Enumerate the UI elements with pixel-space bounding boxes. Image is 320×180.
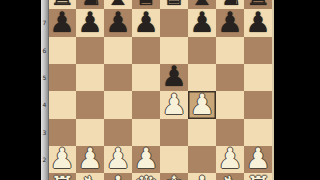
square-c3[interactable] [104,119,132,146]
square-h7[interactable]: ♟ [244,9,272,36]
board-right-edge [272,0,274,180]
square-b4[interactable] [76,91,104,118]
square-h8[interactable]: ♜ [244,0,272,9]
square-g7[interactable]: ♟ [216,9,244,36]
square-e7[interactable] [160,9,188,36]
rank-label-4: 4 [41,101,48,108]
square-f7[interactable]: ♟ [188,9,216,36]
piece-white-pawn: ♟ [105,145,130,172]
square-c5[interactable] [104,64,132,91]
piece-black-queen: ♛ [133,0,158,9]
piece-black-pawn: ♟ [77,9,102,36]
square-c7[interactable]: ♟ [104,9,132,36]
rank-label-7: 7 [41,19,48,26]
square-a3[interactable] [48,119,76,146]
piece-white-bishop: ♝ [189,173,214,180]
square-f3[interactable] [188,119,216,146]
square-d7[interactable]: ♟ [132,9,160,36]
piece-white-pawn: ♟ [189,91,214,118]
piece-black-pawn: ♟ [245,9,270,36]
square-a2[interactable]: ♟ [48,146,76,173]
square-e8[interactable]: ♚ [160,0,188,9]
square-a6[interactable] [48,37,76,64]
piece-white-rook: ♜ [245,173,270,180]
piece-white-bishop: ♝ [105,173,130,180]
piece-white-pawn: ♟ [217,145,242,172]
piece-black-pawn: ♟ [49,9,74,36]
square-a4[interactable] [48,91,76,118]
piece-white-pawn: ♟ [77,145,102,172]
piece-white-pawn: ♟ [245,145,270,172]
square-c6[interactable] [104,37,132,64]
square-g4[interactable] [216,91,244,118]
square-d2[interactable]: ♟ [132,146,160,173]
piece-black-bishop: ♝ [105,0,130,9]
square-b5[interactable] [76,64,104,91]
piece-black-knight: ♞ [77,0,102,9]
square-g2[interactable]: ♟ [216,146,244,173]
piece-black-rook: ♜ [49,0,74,9]
square-f6[interactable] [188,37,216,64]
square-c1[interactable]: ♝ [104,173,132,180]
square-c8[interactable]: ♝ [104,0,132,9]
square-g6[interactable] [216,37,244,64]
piece-black-rook: ♜ [245,0,270,9]
piece-black-bishop: ♝ [189,0,214,9]
piece-black-pawn: ♟ [217,9,242,36]
square-a5[interactable] [48,64,76,91]
piece-black-king: ♚ [161,0,186,9]
square-b8[interactable]: ♞ [76,0,104,9]
rank-label-3: 3 [41,129,48,136]
square-h4[interactable] [244,91,272,118]
square-e1[interactable]: ♚ [160,173,188,180]
square-h6[interactable] [244,37,272,64]
square-g8[interactable]: ♞ [216,0,244,9]
square-f4[interactable]: ♟ [188,91,216,118]
rank-label-5: 5 [41,74,48,81]
square-f8[interactable]: ♝ [188,0,216,9]
video-frame: 87654321 ♜♞♝♛♚♝♞♜♟♟♟♟♟♟♟♟♟♟♟♟♟♟♟♟♜♞♝♛♚♝♞… [0,0,320,180]
piece-white-queen: ♛ [133,173,158,180]
square-b6[interactable] [76,37,104,64]
square-d6[interactable] [132,37,160,64]
square-a1[interactable]: ♜ [48,173,76,180]
square-d3[interactable] [132,119,160,146]
chess-board: ♜♞♝♛♚♝♞♜♟♟♟♟♟♟♟♟♟♟♟♟♟♟♟♟♜♞♝♛♚♝♞♜ [48,0,272,180]
piece-white-pawn: ♟ [133,145,158,172]
square-b7[interactable]: ♟ [76,9,104,36]
piece-white-pawn: ♟ [161,91,186,118]
square-e2[interactable] [160,146,188,173]
square-h2[interactable]: ♟ [244,146,272,173]
piece-white-knight: ♞ [217,173,242,180]
square-d4[interactable] [132,91,160,118]
square-e6[interactable] [160,37,188,64]
piece-white-pawn: ♟ [49,145,74,172]
square-g1[interactable]: ♞ [216,173,244,180]
rank-coordinates-gutter: 87654321 [41,0,49,180]
piece-black-pawn: ♟ [189,9,214,36]
piece-white-rook: ♜ [49,173,74,180]
piece-white-knight: ♞ [77,173,102,180]
square-b1[interactable]: ♞ [76,173,104,180]
square-f2[interactable] [188,146,216,173]
square-d5[interactable] [132,64,160,91]
square-a8[interactable]: ♜ [48,0,76,9]
square-b2[interactable]: ♟ [76,146,104,173]
square-h1[interactable]: ♜ [244,173,272,180]
square-e4[interactable]: ♟ [160,91,188,118]
piece-black-pawn: ♟ [105,9,130,36]
square-g5[interactable] [216,64,244,91]
piece-black-pawn: ♟ [161,63,186,90]
square-b3[interactable] [76,119,104,146]
square-h3[interactable] [244,119,272,146]
square-f1[interactable]: ♝ [188,173,216,180]
square-d1[interactable]: ♛ [132,173,160,180]
square-f5[interactable] [188,64,216,91]
square-c4[interactable] [104,91,132,118]
piece-black-knight: ♞ [217,0,242,9]
square-g3[interactable] [216,119,244,146]
square-h5[interactable] [244,64,272,91]
rank-label-2: 2 [41,156,48,163]
piece-white-king: ♚ [161,173,186,180]
square-c2[interactable]: ♟ [104,146,132,173]
square-e5[interactable]: ♟ [160,64,188,91]
square-e3[interactable] [160,119,188,146]
piece-black-pawn: ♟ [133,9,158,36]
rank-label-6: 6 [41,47,48,54]
square-a7[interactable]: ♟ [48,9,76,36]
square-d8[interactable]: ♛ [132,0,160,9]
